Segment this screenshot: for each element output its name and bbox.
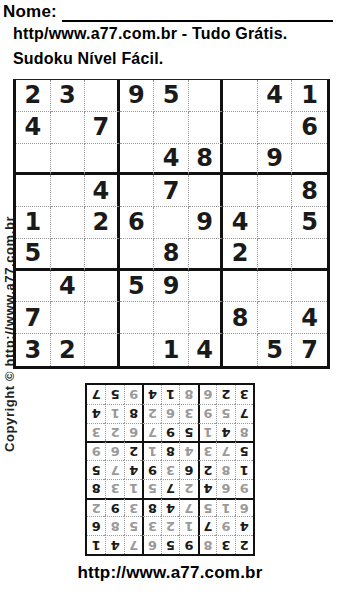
solution-cell-r8c2: 5: [216, 404, 234, 423]
solution-cell-r9c9: 7: [87, 385, 105, 404]
solution-cell-r1c7: 7: [124, 535, 142, 554]
main-cell-r6c5: 8: [154, 239, 189, 271]
solution-cell-r9c7: 9: [124, 385, 142, 404]
main-cell-r4c5: 7: [154, 175, 189, 207]
solution-cell-r7c6: 7: [142, 423, 160, 442]
main-cell-r2c8[interactable]: [258, 112, 293, 144]
main-cell-r6c3[interactable]: [85, 239, 120, 271]
main-cell-r3c8: 9: [258, 144, 293, 176]
solution-cell-r2c4: 1: [179, 516, 197, 535]
solution-cell-r8c9: 4: [87, 404, 105, 423]
main-cell-r9c2: 2: [51, 334, 86, 366]
solution-cell-r8c8: 1: [105, 404, 123, 423]
main-cell-r8c7: 8: [223, 302, 258, 334]
main-cell-r5c8[interactable]: [258, 207, 293, 239]
solution-cell-r7c9: 3: [87, 423, 105, 442]
main-cell-r2c3: 7: [85, 112, 120, 144]
site-tagline: http/www.a77.com.br - Tudo Grátis.: [13, 25, 287, 43]
main-cell-r6c6[interactable]: [189, 239, 224, 271]
solution-cell-r8c1: 7: [235, 404, 253, 423]
solution-cell-r6c9: 9: [87, 441, 105, 460]
main-cell-r1c8: 4: [258, 80, 293, 112]
main-cell-r4c9: 8: [292, 175, 327, 207]
main-cell-r3c4[interactable]: [120, 144, 155, 176]
solution-cell-r4c7: 1: [124, 479, 142, 498]
main-cell-r3c1[interactable]: [16, 144, 51, 176]
solution-cell-r4c8: 3: [105, 479, 123, 498]
main-cell-r7c6[interactable]: [189, 271, 224, 303]
solution-cell-r9c5: 1: [161, 385, 179, 404]
printable-sudoku-page: Nome: http/www.a77.com.br - Tudo Grátis.…: [0, 0, 340, 596]
solution-cell-r9c6: 4: [142, 385, 160, 404]
main-cell-r2c7[interactable]: [223, 112, 258, 144]
solution-cell-r4c1: 9: [235, 479, 253, 498]
main-cell-r8c5[interactable]: [154, 302, 189, 334]
solution-cell-r3c6: 8: [142, 498, 160, 517]
solution-cell-r6c3: 3: [198, 441, 216, 460]
main-cell-r4c1[interactable]: [16, 175, 51, 207]
solution-cell-r6c5: 8: [161, 441, 179, 460]
solution-cell-r3c4: 7: [179, 498, 197, 517]
main-cell-r9c9: 7: [292, 334, 327, 366]
name-label: Nome:: [3, 2, 57, 22]
main-cell-r9c6: 4: [189, 334, 224, 366]
solution-cell-r4c4: 2: [179, 479, 197, 498]
solution-cell-r7c1: 8: [235, 423, 253, 442]
solution-cell-r9c3: 6: [198, 385, 216, 404]
main-cell-r2c6[interactable]: [189, 112, 224, 144]
main-cell-r2c4[interactable]: [120, 112, 155, 144]
main-cell-r6c8[interactable]: [258, 239, 293, 271]
main-cell-r1c1: 2: [16, 80, 51, 112]
solution-cell-r9c2: 2: [216, 385, 234, 404]
main-cell-r6c9[interactable]: [292, 239, 327, 271]
solution-cell-r5c7: 4: [124, 460, 142, 479]
solution-cell-r3c1: 6: [235, 498, 253, 517]
solution-cell-r3c8: 9: [105, 498, 123, 517]
solution-cell-r3c9: 2: [87, 498, 105, 517]
main-cell-r3c2[interactable]: [51, 144, 86, 176]
main-cell-r5c4: 6: [120, 207, 155, 239]
solution-cell-r7c5: 9: [161, 423, 179, 442]
main-cell-r2c9: 6: [292, 112, 327, 144]
solution-cell-r1c3: 8: [198, 535, 216, 554]
solution-grid-upside-down: 2389567414971235866157483929642751381826…: [85, 383, 255, 556]
solution-cell-r1c5: 5: [161, 535, 179, 554]
main-cell-r1c4: 9: [120, 80, 155, 112]
solution-cell-r3c5: 4: [161, 498, 179, 517]
main-cell-r3c6: 8: [189, 144, 224, 176]
solution-cell-r5c3: 2: [198, 460, 216, 479]
solution-cell-r1c9: 1: [87, 535, 105, 554]
main-cell-r5c7: 4: [223, 207, 258, 239]
solution-cell-r5c5: 3: [161, 460, 179, 479]
solution-cell-r9c8: 5: [105, 385, 123, 404]
solution-cell-r2c5: 2: [161, 516, 179, 535]
main-cell-r8c4[interactable]: [120, 302, 155, 334]
solution-cell-r4c6: 5: [142, 479, 160, 498]
solution-cell-r5c1: 1: [235, 460, 253, 479]
main-cell-r3c9[interactable]: [292, 144, 327, 176]
solution-cell-r8c7: 8: [124, 404, 142, 423]
main-cell-r4c8[interactable]: [258, 175, 293, 207]
solution-cell-r8c3: 9: [198, 404, 216, 423]
solution-cell-r6c6: 1: [142, 441, 160, 460]
solution-cell-r6c1: 5: [235, 441, 253, 460]
main-cell-r5c6: 9: [189, 207, 224, 239]
solution-cell-r6c2: 7: [216, 441, 234, 460]
solution-cell-r4c5: 7: [161, 479, 179, 498]
solution-cell-r1c2: 3: [216, 535, 234, 554]
main-cell-r5c9: 5: [292, 207, 327, 239]
main-cell-r4c6[interactable]: [189, 175, 224, 207]
main-cell-r7c7[interactable]: [223, 271, 258, 303]
main-cell-r9c3[interactable]: [85, 334, 120, 366]
main-cell-r4c2[interactable]: [51, 175, 86, 207]
solution-cell-r6c7: 2: [124, 441, 142, 460]
main-cell-r9c5: 1: [154, 334, 189, 366]
main-cell-r8c8[interactable]: [258, 302, 293, 334]
main-cell-r8c6[interactable]: [189, 302, 224, 334]
solution-cell-r3c2: 1: [216, 498, 234, 517]
solution-cell-r9c1: 3: [235, 385, 253, 404]
main-cell-r4c3: 4: [85, 175, 120, 207]
solution-cell-r2c7: 5: [124, 516, 142, 535]
main-cell-r7c4: 5: [120, 271, 155, 303]
footer-url: http://www.a77.com.br: [0, 563, 340, 583]
solution-cell-r5c8: 7: [105, 460, 123, 479]
solution-cell-r4c2: 6: [216, 479, 234, 498]
solution-cell-r1c1: 2: [235, 535, 253, 554]
main-cell-r1c2: 3: [51, 80, 86, 112]
main-cell-r7c3[interactable]: [85, 271, 120, 303]
solution-cell-r4c3: 4: [198, 479, 216, 498]
puzzle-level-title: Sudoku Nível Fácil.: [13, 50, 164, 68]
main-cell-r7c2: 4: [51, 271, 86, 303]
solution-cell-r4c9: 8: [87, 479, 105, 498]
solution-cell-r8c5: 6: [161, 404, 179, 423]
main-cell-r8c9: 4: [292, 302, 327, 334]
main-cell-r2c1: 4: [16, 112, 51, 144]
solution-cell-r1c4: 9: [179, 535, 197, 554]
main-cell-r5c1: 1: [16, 207, 51, 239]
main-cell-r8c2[interactable]: [51, 302, 86, 334]
solution-cell-r5c4: 6: [179, 460, 197, 479]
solution-cell-r8c4: 3: [179, 404, 197, 423]
solution-cell-r7c2: 4: [216, 423, 234, 442]
main-cell-r6c4[interactable]: [120, 239, 155, 271]
main-cell-r9c8: 5: [258, 334, 293, 366]
main-sudoku-grid: 239541476489478126945582459784321457: [13, 79, 330, 369]
main-cell-r1c7[interactable]: [223, 80, 258, 112]
main-cell-r2c2[interactable]: [51, 112, 86, 144]
main-cell-r7c8[interactable]: [258, 271, 293, 303]
solution-cell-r5c6: 9: [142, 460, 160, 479]
solution-cell-r7c7: 6: [124, 423, 142, 442]
name-blank-line: [62, 20, 333, 22]
main-cell-r5c5[interactable]: [154, 207, 189, 239]
main-cell-r5c3: 2: [85, 207, 120, 239]
solution-cell-r6c8: 6: [105, 441, 123, 460]
solution-cell-r3c3: 5: [198, 498, 216, 517]
main-cell-r9c7[interactable]: [223, 334, 258, 366]
solution-cell-r6c4: 4: [179, 441, 197, 460]
main-cell-r8c1: 7: [16, 302, 51, 334]
main-cell-r4c4[interactable]: [120, 175, 155, 207]
solution-cell-r8c6: 2: [142, 404, 160, 423]
main-cell-r1c9: 1: [292, 80, 327, 112]
main-cell-r1c3[interactable]: [85, 80, 120, 112]
solution-cell-r2c1: 4: [235, 516, 253, 535]
main-cell-r1c5: 5: [154, 80, 189, 112]
solution-cell-r5c2: 8: [216, 460, 234, 479]
main-cell-r3c5: 4: [154, 144, 189, 176]
main-cell-r7c1[interactable]: [16, 271, 51, 303]
main-cell-r2c5[interactable]: [154, 112, 189, 144]
solution-cell-r7c4: 5: [179, 423, 197, 442]
solution-cell-r2c8: 8: [105, 516, 123, 535]
solution-cell-r9c4: 8: [179, 385, 197, 404]
solution-cell-r3c7: 3: [124, 498, 142, 517]
main-cell-r5c2[interactable]: [51, 207, 86, 239]
main-cell-r3c7[interactable]: [223, 144, 258, 176]
main-cell-r9c4[interactable]: [120, 334, 155, 366]
solution-cell-r7c8: 2: [105, 423, 123, 442]
main-cell-r3c3[interactable]: [85, 144, 120, 176]
main-cell-r6c2[interactable]: [51, 239, 86, 271]
solution-cell-r7c3: 1: [198, 423, 216, 442]
solution-cell-r1c8: 4: [105, 535, 123, 554]
main-cell-r1c6[interactable]: [189, 80, 224, 112]
main-cell-r4c7[interactable]: [223, 175, 258, 207]
solution-cell-r2c2: 9: [216, 516, 234, 535]
solution-cell-r2c6: 3: [142, 516, 160, 535]
main-cell-r7c5: 9: [154, 271, 189, 303]
main-cell-r7c9[interactable]: [292, 271, 327, 303]
solution-cell-r1c6: 6: [142, 535, 160, 554]
solution-cell-r2c9: 6: [87, 516, 105, 535]
main-cell-r6c1: 5: [16, 239, 51, 271]
solution-cell-r2c3: 7: [198, 516, 216, 535]
main-cell-r6c7: 2: [223, 239, 258, 271]
main-cell-r9c1: 3: [16, 334, 51, 366]
main-cell-r8c3[interactable]: [85, 302, 120, 334]
solution-cell-r5c9: 5: [87, 460, 105, 479]
